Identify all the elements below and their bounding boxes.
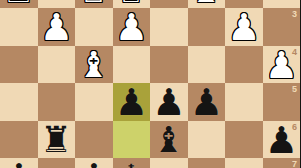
square-b6[interactable]	[225, 121, 263, 159]
square-a2[interactable]	[263, 0, 301, 8]
square-c7[interactable]	[188, 158, 226, 168]
chess-board-viewport: ♜♚♛♝♟♟♟♝♟♟♟♟♜♝♟♟♟♚ 34567	[0, 0, 300, 168]
square-b2[interactable]	[225, 0, 263, 8]
square-c4[interactable]	[188, 46, 226, 84]
square-e4[interactable]	[113, 46, 151, 84]
white-pawn-b3[interactable]: ♟	[225, 9, 263, 47]
black-king-e7[interactable]: ♚	[113, 159, 151, 168]
square-g7[interactable]	[38, 158, 76, 168]
square-d5[interactable]: ♟	[150, 83, 188, 121]
square-f5[interactable]	[75, 83, 113, 121]
white-pawn-g3[interactable]: ♟	[38, 9, 76, 47]
square-f7[interactable]: ♟	[75, 158, 113, 168]
square-g5[interactable]	[38, 83, 76, 121]
black-pawn-e5[interactable]: ♟	[113, 84, 151, 122]
square-f3[interactable]	[75, 8, 113, 46]
black-bishop-d6[interactable]: ♝	[150, 122, 188, 160]
square-b3[interactable]: ♟	[225, 8, 263, 46]
rank-label-6: 6	[292, 123, 297, 132]
rank-label-7: 7	[292, 160, 297, 168]
rank-label-3: 3	[292, 10, 297, 19]
square-e2[interactable]: ♛	[113, 0, 151, 8]
square-h7[interactable]: ♟	[0, 158, 38, 168]
white-pawn-e3[interactable]: ♟	[113, 9, 151, 47]
square-b4[interactable]	[225, 46, 263, 84]
square-g6[interactable]: ♜	[38, 121, 76, 159]
square-c2[interactable]: ♝	[188, 0, 226, 8]
rank-label-4: 4	[292, 48, 297, 57]
square-e5[interactable]: ♟	[113, 83, 151, 121]
black-rook-g6[interactable]: ♜	[38, 122, 76, 160]
square-c3[interactable]	[188, 8, 226, 46]
square-h5[interactable]	[0, 83, 38, 121]
square-g4[interactable]	[38, 46, 76, 84]
black-pawn-h7[interactable]: ♟	[0, 159, 38, 168]
square-d4[interactable]	[150, 46, 188, 84]
black-pawn-d5[interactable]: ♟	[150, 84, 188, 122]
square-f4[interactable]: ♝	[75, 46, 113, 84]
square-h3[interactable]	[0, 8, 38, 46]
square-c5[interactable]: ♟	[188, 83, 226, 121]
square-b5[interactable]	[225, 83, 263, 121]
rank-label-5: 5	[292, 85, 297, 94]
square-e7[interactable]: ♚	[113, 158, 151, 168]
black-pawn-f7[interactable]: ♟	[75, 159, 113, 168]
square-e6[interactable]	[113, 121, 151, 159]
square-c6[interactable]	[188, 121, 226, 159]
square-d3[interactable]	[150, 8, 188, 46]
square-g2[interactable]	[38, 0, 76, 8]
square-d6[interactable]: ♝	[150, 121, 188, 159]
square-h4[interactable]	[0, 46, 38, 84]
chess-board: ♜♚♛♝♟♟♟♝♟♟♟♟♜♝♟♟♟♚	[0, 0, 300, 168]
white-bishop-f4[interactable]: ♝	[75, 47, 113, 85]
black-pawn-c5[interactable]: ♟	[188, 84, 226, 122]
square-h6[interactable]	[0, 121, 38, 159]
square-g3[interactable]: ♟	[38, 8, 76, 46]
square-e3[interactable]: ♟	[113, 8, 151, 46]
square-f2[interactable]: ♚	[75, 0, 113, 8]
square-f6[interactable]	[75, 121, 113, 159]
square-h2[interactable]: ♜	[0, 0, 38, 8]
square-b7[interactable]	[225, 158, 263, 168]
square-d7[interactable]	[150, 158, 188, 168]
square-d2[interactable]	[150, 0, 188, 8]
